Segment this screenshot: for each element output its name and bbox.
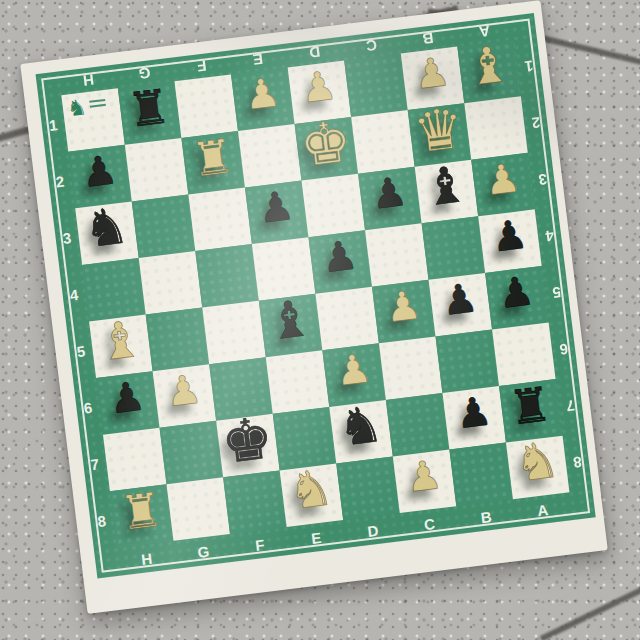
square-b6 xyxy=(435,329,499,393)
rank-label-text: 2 xyxy=(530,114,541,132)
square-g1: ♜ xyxy=(118,81,182,145)
black-pawn-h6: ♟ xyxy=(106,367,149,428)
rank-label-text: 1 xyxy=(523,58,534,76)
square-g4 xyxy=(139,251,203,315)
white-rook-h8: ♜ xyxy=(117,480,166,542)
square-c1 xyxy=(344,54,408,118)
rank-label-text: 8 xyxy=(572,454,583,472)
file-label-text: H xyxy=(140,549,153,567)
white-bishop-h5: ♝ xyxy=(95,310,146,372)
square-e8: ♞ xyxy=(280,463,344,527)
square-g3 xyxy=(132,194,196,258)
square-f7: ♚ xyxy=(216,414,280,478)
square-f5 xyxy=(202,301,266,365)
rank-label-text: 4 xyxy=(544,227,555,245)
black-rook-a7: ♜ xyxy=(506,375,555,437)
logo-text-lines xyxy=(89,99,106,108)
white-pawn-c5: ♟ xyxy=(382,276,425,337)
square-a2 xyxy=(464,96,528,160)
square-b7: ♟ xyxy=(442,386,506,450)
vinyl-board-sheet: HGFEDCBA1♞♜♟♟♟♝12♟♜♚♛23♞♟♟♝♟34♟♟45♝♝♟♟♟5… xyxy=(20,0,608,614)
black-king-f7: ♚ xyxy=(218,409,276,472)
white-rook-f2: ♜ xyxy=(188,127,237,189)
rank-label-text: 2 xyxy=(55,173,66,191)
file-label-text: H xyxy=(81,71,94,89)
rank-label-text: 7 xyxy=(565,397,576,415)
file-label-text: A xyxy=(536,500,549,518)
square-b4 xyxy=(422,216,486,280)
square-f2: ♜ xyxy=(181,131,245,195)
black-knight-d7: ♞ xyxy=(335,396,386,458)
square-h8: ♜ xyxy=(110,484,174,548)
square-a8: ♞ xyxy=(506,436,570,500)
band-corner xyxy=(569,489,595,520)
black-knight-h3: ♞ xyxy=(81,197,132,259)
square-b3: ♝ xyxy=(415,160,479,224)
white-pawn-b1: ♟ xyxy=(411,43,454,104)
square-c3: ♟ xyxy=(358,167,422,231)
rank-label-text: 5 xyxy=(76,342,87,360)
file-label-text: F xyxy=(254,535,266,553)
floor-tile-seam-bottom-right xyxy=(540,585,640,640)
black-pawn-b7: ♟ xyxy=(452,382,495,443)
white-queen-b2: ♛ xyxy=(410,99,467,162)
square-a3: ♟ xyxy=(471,153,535,217)
square-h1: ♞ xyxy=(61,88,125,152)
square-b5: ♟ xyxy=(429,273,493,337)
square-d3 xyxy=(302,174,366,238)
white-pawn-d6: ♟ xyxy=(332,340,375,401)
square-d2: ♚ xyxy=(295,117,359,181)
square-h3: ♞ xyxy=(75,201,139,265)
file-label-text: F xyxy=(195,57,207,75)
file-label-text: C xyxy=(364,36,377,54)
rank-label-text: 8 xyxy=(97,512,108,530)
square-f4 xyxy=(195,244,259,308)
square-d8 xyxy=(336,457,400,521)
black-pawn-b5: ♟ xyxy=(438,269,481,330)
square-e3: ♟ xyxy=(245,181,309,245)
board-print: HGFEDCBA1♞♜♟♟♟♝12♟♜♚♛23♞♟♟♝♟34♟♟45♝♝♟♟♟5… xyxy=(36,13,596,578)
square-c6 xyxy=(379,336,443,400)
rank-label-text: 4 xyxy=(69,286,80,304)
square-a5: ♟ xyxy=(485,266,549,330)
square-e2 xyxy=(238,124,302,188)
photo-chessboard-on-floor: { "game": "chess", "scene_note": "overhe… xyxy=(0,0,640,640)
rank-label-text: 6 xyxy=(83,399,94,417)
file-label-text: C xyxy=(423,514,436,532)
square-g2 xyxy=(125,138,189,202)
square-a4: ♟ xyxy=(478,209,542,273)
white-pawn-a3: ♟ xyxy=(481,149,524,210)
rank-label-text: 3 xyxy=(62,229,73,247)
white-king-d2: ♚ xyxy=(297,112,355,175)
rank-label-text: 1 xyxy=(48,116,59,134)
black-pawn-a5: ♟ xyxy=(495,262,538,323)
black-pawn-e3: ♟ xyxy=(255,177,298,238)
square-d5 xyxy=(315,287,379,351)
white-pawn-g6: ♟ xyxy=(162,361,205,422)
square-e6 xyxy=(266,350,330,414)
black-pawn-a4: ♟ xyxy=(488,206,531,267)
square-c8: ♟ xyxy=(393,450,457,514)
band-corner xyxy=(36,71,62,98)
white-bishop-a1: ♝ xyxy=(463,35,514,97)
square-f8 xyxy=(223,470,287,534)
band-corner xyxy=(511,13,537,40)
square-c7 xyxy=(386,393,450,457)
rank-label-text: 5 xyxy=(551,284,562,302)
white-knight-a8: ♞ xyxy=(511,431,562,493)
square-g8 xyxy=(167,477,231,541)
file-label-text: B xyxy=(480,507,493,525)
white-pawn-e1: ♟ xyxy=(241,64,284,125)
square-c5: ♟ xyxy=(372,280,436,344)
square-e1: ♟ xyxy=(231,67,295,131)
file-label-text: E xyxy=(310,528,323,546)
square-g6: ♟ xyxy=(153,364,217,428)
black-pawn-h2: ♟ xyxy=(78,141,121,202)
file-label-text: G xyxy=(196,542,210,560)
white-knight-e8: ♞ xyxy=(285,459,336,521)
square-d4: ♟ xyxy=(308,230,372,294)
black-pawn-c3: ♟ xyxy=(368,163,411,224)
white-pawn-c8: ♟ xyxy=(403,446,446,507)
black-rook-g1: ♜ xyxy=(125,77,174,139)
black-pawn-d4: ♟ xyxy=(318,227,361,288)
square-a1: ♝ xyxy=(457,40,521,104)
black-bishop-b3: ♝ xyxy=(420,156,471,218)
square-f3 xyxy=(188,188,252,252)
rank-label-text: 3 xyxy=(537,171,548,189)
file-label-text: D xyxy=(367,521,380,539)
band-corner xyxy=(94,548,120,579)
square-e5: ♝ xyxy=(259,294,323,358)
square-h5: ♝ xyxy=(89,315,153,379)
logo-knight-icon: ♞ xyxy=(66,96,88,120)
board-brand-logo: ♞ xyxy=(66,94,107,121)
square-g7 xyxy=(160,421,224,485)
square-d7: ♞ xyxy=(329,400,393,464)
rank-label-text: 7 xyxy=(90,455,101,473)
square-c4 xyxy=(365,223,429,287)
rank-label-text: 6 xyxy=(558,340,569,358)
square-g5 xyxy=(146,308,210,372)
square-h6: ♟ xyxy=(96,371,160,435)
black-bishop-e5: ♝ xyxy=(264,290,315,352)
square-b8 xyxy=(449,443,513,507)
square-c2 xyxy=(351,110,415,174)
